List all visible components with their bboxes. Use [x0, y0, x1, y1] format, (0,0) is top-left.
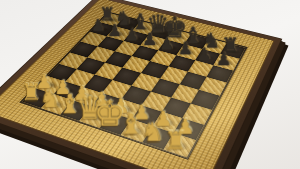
square-g6: [187, 60, 214, 77]
black-pawn: ♟: [178, 40, 194, 57]
square-c6: [114, 41, 140, 57]
black-pawn: ♟: [91, 18, 106, 34]
square-h1: ♜: [164, 133, 196, 157]
square-f5: [160, 66, 187, 84]
black-pawn: ♟: [216, 50, 232, 68]
square-h6: [207, 65, 234, 83]
square-a6: [80, 32, 106, 47]
square-d5: [123, 56, 150, 73]
white-knight: ♞: [141, 120, 164, 146]
square-h5: [199, 77, 226, 96]
black-pawn: ♟: [160, 35, 175, 52]
square-b5: [87, 46, 114, 62]
square-a5: [70, 42, 97, 58]
square-c5: [105, 51, 132, 67]
square-g4: [171, 84, 199, 103]
square-d6: [132, 45, 158, 61]
square-d4: [113, 68, 141, 86]
square-e4: [132, 73, 160, 91]
square-b6: [97, 36, 123, 51]
board-gold-border: ♜♞♝♛♚♝♞♜♟♟♟♟♟♟♟♟♟♟♟♟♟♟♟♟♜♞♝♛♚♝♞♜: [0, 0, 274, 169]
black-pawn: ♟: [142, 31, 157, 48]
black-pawn: ♟: [108, 22, 123, 39]
square-f6: [168, 55, 194, 72]
square-e6: [150, 50, 176, 66]
square-c4: [94, 62, 122, 79]
black-pawn: ♟: [196, 45, 212, 63]
square-h7: ♟: [214, 54, 240, 71]
square-f4: [151, 78, 179, 97]
white-rook: ♜: [164, 128, 186, 153]
square-a4: [59, 52, 87, 69]
white-bishop: ♝: [119, 111, 144, 139]
square-h4: [191, 90, 219, 110]
black-pawn: ♟: [124, 26, 139, 43]
square-e5: [141, 61, 168, 78]
square-g5: [179, 72, 206, 90]
photo-backdrop: ♜♞♝♛♚♝♞♜♟♟♟♟♟♟♟♟♟♟♟♟♟♟♟♟♜♞♝♛♚♝♞♜: [0, 0, 300, 169]
board-grid: ♜♞♝♛♚♝♞♜♟♟♟♟♟♟♟♟♟♟♟♟♟♟♟♟♜♞♝♛♚♝♞♜: [19, 12, 248, 160]
square-b4: [77, 57, 105, 74]
